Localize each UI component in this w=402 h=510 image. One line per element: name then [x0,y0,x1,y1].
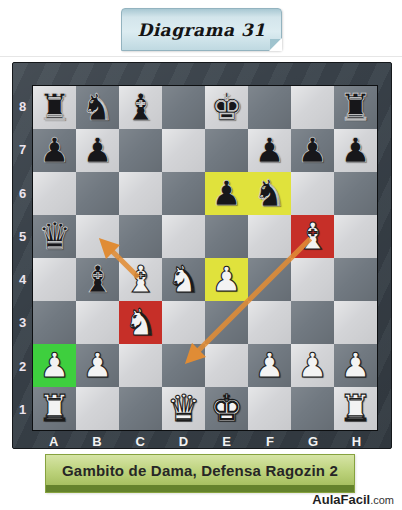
piece-white-knight: ♞ [124,301,157,344]
square-d1: ♛ [162,387,205,430]
piece-white-pawn: ♟ [82,344,112,387]
piece-black-knight: ♞ [81,86,114,129]
square-a8: ♜ [33,86,76,129]
piece-black-bishop: ♝ [81,258,114,301]
file-label-b: B [75,432,118,450]
square-b5 [76,215,119,258]
piece-black-king: ♚ [210,86,243,129]
footer-credit: AulaFacil .com [312,492,394,507]
square-d3 [162,301,205,344]
piece-black-pawn: ♟ [82,129,112,172]
square-e1: ♚ [205,387,248,430]
square-e2 [205,344,248,387]
square-c2 [119,344,162,387]
square-e6: ♟ [205,172,248,215]
square-a4 [33,258,76,301]
piece-white-bishop: ♝ [296,215,329,258]
square-e3 [205,301,248,344]
square-f6: ♞ [248,172,291,215]
square-d8 [162,86,205,129]
rank-label-4: 4 [13,258,32,301]
piece-white-king: ♚ [210,387,243,430]
playing-area: ♜♞♝♚♜♟♟♟♟♟♟♞♛♝♝♝♞♟♞♟♟♟♟♟♜♛♚♜ [32,85,378,431]
file-label-h: H [335,432,378,450]
rank-label-5: 5 [13,215,32,258]
square-f5 [248,215,291,258]
piece-black-pawn: ♟ [211,172,241,215]
square-c5 [119,215,162,258]
page: Diagrama 31 87654321 ♜♞♝♚♜♟♟♟♟♟♟♞♛♝♝♝♞♟♞… [0,0,402,510]
square-b6 [76,172,119,215]
square-f3 [248,301,291,344]
square-g6 [291,172,334,215]
square-h4 [334,258,377,301]
square-e7 [205,129,248,172]
square-d6 [162,172,205,215]
square-g7: ♟ [291,129,334,172]
piece-white-knight: ♞ [167,258,200,301]
piece-black-rook: ♜ [339,86,372,129]
square-h5 [334,215,377,258]
square-f2: ♟ [248,344,291,387]
square-h7: ♟ [334,129,377,172]
square-c8: ♝ [119,86,162,129]
square-c4: ♝ [119,258,162,301]
square-g5: ♝ [291,215,334,258]
square-e4: ♟ [205,258,248,301]
site-brand: AulaFacil [312,492,370,507]
site-brand-suffix: .com [370,494,394,506]
rank-label-2: 2 [13,345,32,388]
caption-text: Gambito de Dama, Defensa Ragozin 2 [62,462,338,479]
square-h1: ♜ [334,387,377,430]
square-e5 [205,215,248,258]
piece-white-pawn: ♟ [211,258,241,301]
square-d2 [162,344,205,387]
piece-black-pawn: ♟ [39,129,69,172]
square-h2: ♟ [334,344,377,387]
square-a5: ♛ [33,215,76,258]
piece-white-pawn: ♟ [340,344,370,387]
piece-white-rook: ♜ [339,387,372,430]
square-a6 [33,172,76,215]
rank-label-3: 3 [13,301,32,344]
square-a1: ♜ [33,387,76,430]
square-b3 [76,301,119,344]
piece-white-queen: ♛ [167,387,200,430]
square-d4: ♞ [162,258,205,301]
rank-label-6: 6 [13,172,32,215]
file-label-f: F [248,432,291,450]
rank-label-8: 8 [13,85,32,128]
square-g1 [291,387,334,430]
piece-black-pawn: ♟ [340,129,370,172]
square-d7 [162,129,205,172]
file-labels: ABCDEFGH [32,432,378,450]
piece-white-pawn: ♟ [254,344,284,387]
piece-black-pawn: ♟ [297,129,327,172]
square-b1 [76,387,119,430]
square-b2: ♟ [76,344,119,387]
square-h8: ♜ [334,86,377,129]
square-c6 [119,172,162,215]
square-f4 [248,258,291,301]
square-b4: ♝ [76,258,119,301]
square-f1 [248,387,291,430]
square-g3 [291,301,334,344]
rank-label-7: 7 [13,128,32,171]
piece-white-rook: ♜ [38,387,71,430]
title-banner: Diagrama 31 [121,8,282,51]
file-label-e: E [205,432,248,450]
piece-white-pawn: ♟ [39,344,69,387]
rank-label-1: 1 [13,388,32,431]
square-f7: ♟ [248,129,291,172]
file-label-a: A [32,432,75,450]
piece-black-knight: ♞ [253,172,286,215]
piece-white-pawn: ♟ [297,344,327,387]
square-g8 [291,86,334,129]
square-g4 [291,258,334,301]
piece-black-rook: ♜ [38,86,71,129]
divider-line [0,56,402,57]
square-b8: ♞ [76,86,119,129]
piece-black-bishop: ♝ [124,86,157,129]
square-a7: ♟ [33,129,76,172]
piece-black-pawn: ♟ [254,129,284,172]
square-c1 [119,387,162,430]
square-h3 [334,301,377,344]
square-a2: ♟ [33,344,76,387]
square-a3 [33,301,76,344]
square-c7 [119,129,162,172]
square-e8: ♚ [205,86,248,129]
square-b7: ♟ [76,129,119,172]
file-label-g: G [292,432,335,450]
square-c3: ♞ [119,301,162,344]
file-label-d: D [162,432,205,450]
piece-white-bishop: ♝ [124,258,157,301]
page-title: Diagrama 31 [137,20,265,40]
piece-black-queen: ♛ [38,215,71,258]
caption-banner: Gambito de Dama, Defensa Ragozin 2 [45,454,355,493]
square-g2: ♟ [291,344,334,387]
rank-labels: 87654321 [13,85,32,431]
square-f8 [248,86,291,129]
square-d5 [162,215,205,258]
square-h6 [334,172,377,215]
chess-board: 87654321 ♜♞♝♚♜♟♟♟♟♟♟♞♛♝♝♝♞♟♞♟♟♟♟♟♜♛♚♜ AB… [12,62,392,449]
file-label-c: C [119,432,162,450]
board-grid: ♜♞♝♚♜♟♟♟♟♟♟♞♛♝♝♝♞♟♞♟♟♟♟♟♜♛♚♜ [33,86,377,430]
